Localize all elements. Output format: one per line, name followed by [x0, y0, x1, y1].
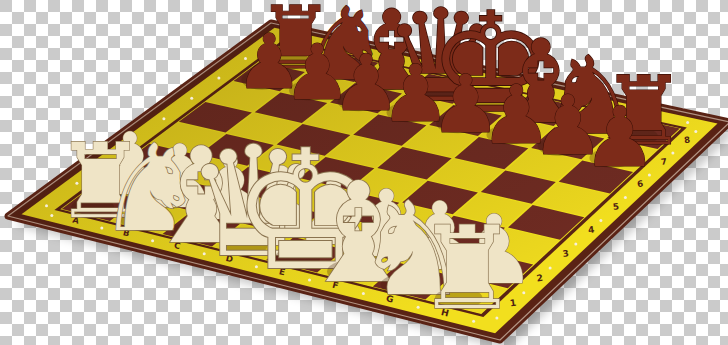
chess-board: ABCDEFGH12345678♜♞♟♝♟♛♟♚♟♝♟♞♟♜♟♟♟♟♜♟♞♟♝♟… [0, 0, 728, 345]
rank-label-3: 3 [562, 248, 570, 259]
screw-dot [50, 214, 53, 217]
piece-glyph: ♟ [583, 89, 658, 186]
screw-dot [599, 219, 602, 222]
rank-label-5: 5 [612, 201, 619, 212]
rank-label-2: 2 [536, 273, 544, 284]
screw-dot [45, 204, 48, 207]
screw-dot [686, 121, 689, 124]
rank-label-4: 4 [587, 225, 595, 236]
screw-dot [624, 196, 627, 199]
black-pawn-h7[interactable]: ♟ [583, 89, 658, 186]
piece-glyph: ♜ [416, 202, 518, 335]
screw-dot [190, 97, 193, 100]
screw-dot [574, 243, 577, 246]
white-rook-h1[interactable]: ♜ [416, 202, 518, 335]
png-transparency-background: ABCDEFGH12345678♜♞♟♝♟♛♟♚♟♝♟♞♟♜♟♟♟♟♜♟♞♟♝♟… [0, 0, 728, 345]
screw-dot [549, 267, 552, 270]
screw-dot [217, 77, 220, 80]
screw-dot [694, 130, 697, 133]
